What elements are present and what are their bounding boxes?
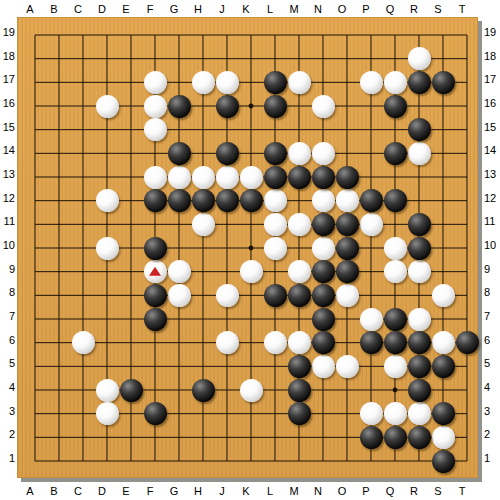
- stone-white-Q9: [384, 260, 407, 283]
- stone-black-Q16: [384, 95, 407, 118]
- stone-black-M4: [288, 379, 311, 402]
- stone-white-P17: [360, 71, 383, 94]
- stone-black-Q7: [384, 308, 407, 331]
- stone-black-N9: [312, 260, 335, 283]
- column-label-top-C: C: [68, 2, 88, 16]
- stone-black-M3: [288, 402, 311, 425]
- stone-white-G9: [168, 260, 191, 283]
- stone-white-M6: [288, 331, 311, 354]
- stone-black-Q6: [384, 331, 407, 354]
- row-label-left-11: 11: [0, 214, 15, 228]
- stone-white-H11: [192, 213, 215, 236]
- stone-black-L16: [264, 95, 287, 118]
- stone-white-F15: [144, 118, 167, 141]
- stone-white-L11: [264, 213, 287, 236]
- stone-white-K4: [240, 379, 263, 402]
- stone-white-J13: [216, 166, 239, 189]
- stone-white-M11: [288, 213, 311, 236]
- column-label-top-F: F: [140, 2, 160, 16]
- row-label-right-13: 13: [484, 167, 500, 181]
- stone-white-S8: [432, 284, 455, 307]
- stone-black-R17: [408, 71, 431, 94]
- column-label-bottom-G: G: [164, 484, 184, 498]
- stone-white-D16: [96, 95, 119, 118]
- stone-white-O8: [336, 284, 359, 307]
- row-label-left-4: 4: [0, 380, 15, 394]
- stone-white-D4: [96, 379, 119, 402]
- stone-black-G12: [168, 189, 191, 212]
- stone-black-S3: [432, 402, 455, 425]
- row-label-left-8: 8: [0, 285, 15, 299]
- stone-white-D3: [96, 402, 119, 425]
- stone-black-R11: [408, 213, 431, 236]
- star-point: [249, 246, 254, 251]
- star-point: [393, 388, 398, 393]
- row-label-left-2: 2: [0, 427, 15, 441]
- stone-black-H4: [192, 379, 215, 402]
- stone-white-F16: [144, 95, 167, 118]
- row-label-right-17: 17: [484, 72, 500, 86]
- row-label-right-15: 15: [484, 120, 500, 134]
- stone-white-P11: [360, 213, 383, 236]
- stone-black-O13: [336, 166, 359, 189]
- stone-white-M17: [288, 71, 311, 94]
- stone-black-Q14: [384, 142, 407, 165]
- column-label-bottom-F: F: [140, 484, 160, 498]
- row-label-left-16: 16: [0, 96, 15, 110]
- row-label-right-8: 8: [484, 285, 500, 299]
- row-label-left-1: 1: [0, 451, 15, 465]
- stone-white-N16: [312, 95, 335, 118]
- column-label-bottom-N: N: [308, 484, 328, 498]
- row-label-right-4: 4: [484, 380, 500, 394]
- stone-white-L6: [264, 331, 287, 354]
- column-label-bottom-P: P: [356, 484, 376, 498]
- stone-white-D10: [96, 237, 119, 260]
- column-label-top-B: B: [44, 2, 64, 16]
- column-label-bottom-K: K: [236, 484, 256, 498]
- stone-white-Q3: [384, 402, 407, 425]
- row-label-right-18: 18: [484, 49, 500, 63]
- row-label-right-9: 9: [484, 262, 500, 276]
- stone-white-C6: [72, 331, 95, 354]
- column-label-top-P: P: [356, 2, 376, 16]
- stone-white-O5: [336, 355, 359, 378]
- stone-black-R6: [408, 331, 431, 354]
- stone-white-S2: [432, 426, 455, 449]
- stone-white-G13: [168, 166, 191, 189]
- stone-white-N12: [312, 189, 335, 212]
- stone-white-K13: [240, 166, 263, 189]
- row-label-right-19: 19: [484, 25, 500, 39]
- stone-black-L13: [264, 166, 287, 189]
- stone-black-F8: [144, 284, 167, 307]
- stone-white-O12: [336, 189, 359, 212]
- column-label-bottom-C: C: [68, 484, 88, 498]
- stone-white-J8: [216, 284, 239, 307]
- stone-white-R18: [408, 47, 431, 70]
- stone-black-F10: [144, 237, 167, 260]
- row-label-left-13: 13: [0, 167, 15, 181]
- stone-white-F9: [144, 260, 167, 283]
- stone-black-G16: [168, 95, 191, 118]
- column-label-top-J: J: [212, 2, 232, 16]
- stone-black-R5: [408, 355, 431, 378]
- stone-white-D12: [96, 189, 119, 212]
- column-label-bottom-A: A: [20, 484, 40, 498]
- star-point: [249, 104, 254, 109]
- stone-black-R10: [408, 237, 431, 260]
- column-label-bottom-O: O: [332, 484, 352, 498]
- stone-white-R9: [408, 260, 431, 283]
- row-label-right-11: 11: [484, 214, 500, 228]
- stone-black-P12: [360, 189, 383, 212]
- stone-black-N8: [312, 284, 335, 307]
- stone-black-J16: [216, 95, 239, 118]
- stone-black-M13: [288, 166, 311, 189]
- stone-white-G8: [168, 284, 191, 307]
- row-label-left-9: 9: [0, 262, 15, 276]
- stone-white-P7: [360, 308, 383, 331]
- row-label-right-1: 1: [484, 451, 500, 465]
- column-label-top-T: T: [452, 2, 472, 16]
- row-label-left-14: 14: [0, 143, 15, 157]
- stone-black-E4: [120, 379, 143, 402]
- column-label-bottom-T: T: [452, 484, 472, 498]
- column-label-top-O: O: [332, 2, 352, 16]
- stone-black-R15: [408, 118, 431, 141]
- column-label-top-M: M: [284, 2, 304, 16]
- column-label-bottom-S: S: [428, 484, 448, 498]
- column-label-top-L: L: [260, 2, 280, 16]
- stone-white-L12: [264, 189, 287, 212]
- stone-black-O11: [336, 213, 359, 236]
- stone-white-Q5: [384, 355, 407, 378]
- stone-white-H13: [192, 166, 215, 189]
- stone-black-S17: [432, 71, 455, 94]
- stone-black-T6: [456, 331, 479, 354]
- stone-white-P3: [360, 402, 383, 425]
- stone-black-M5: [288, 355, 311, 378]
- stone-white-J6: [216, 331, 239, 354]
- row-label-right-6: 6: [484, 333, 500, 347]
- row-label-right-3: 3: [484, 404, 500, 418]
- row-label-right-16: 16: [484, 96, 500, 110]
- row-label-left-15: 15: [0, 120, 15, 134]
- stone-black-N11: [312, 213, 335, 236]
- stone-black-L8: [264, 284, 287, 307]
- stone-white-N14: [312, 142, 335, 165]
- stone-black-P6: [360, 331, 383, 354]
- stone-white-J17: [216, 71, 239, 94]
- row-label-right-10: 10: [484, 238, 500, 252]
- stone-black-N7: [312, 308, 335, 331]
- row-label-left-10: 10: [0, 238, 15, 252]
- stone-white-R7: [408, 308, 431, 331]
- stone-black-O10: [336, 237, 359, 260]
- column-label-bottom-B: B: [44, 484, 64, 498]
- stone-white-F13: [144, 166, 167, 189]
- stone-black-J12: [216, 189, 239, 212]
- row-label-right-14: 14: [484, 143, 500, 157]
- column-label-bottom-E: E: [116, 484, 136, 498]
- stone-black-L17: [264, 71, 287, 94]
- stone-black-R4: [408, 379, 431, 402]
- row-label-right-12: 12: [484, 191, 500, 205]
- stone-black-O9: [336, 260, 359, 283]
- stone-black-H12: [192, 189, 215, 212]
- column-label-bottom-R: R: [404, 484, 424, 498]
- go-board[interactable]: [17, 17, 478, 478]
- go-app-screen: AABBCCDDEEFFGGHHJJKKLLMMNNOOPPQQRRSSTT19…: [0, 0, 500, 500]
- stone-black-S1: [432, 450, 455, 473]
- stone-black-G14: [168, 142, 191, 165]
- column-label-bottom-H: H: [188, 484, 208, 498]
- row-label-left-18: 18: [0, 49, 15, 63]
- stone-black-F12: [144, 189, 167, 212]
- stone-black-R2: [408, 426, 431, 449]
- stone-black-N13: [312, 166, 335, 189]
- column-label-top-N: N: [308, 2, 328, 16]
- row-label-left-7: 7: [0, 309, 15, 323]
- stone-white-H17: [192, 71, 215, 94]
- row-label-right-5: 5: [484, 356, 500, 370]
- row-label-left-19: 19: [0, 25, 15, 39]
- column-label-top-G: G: [164, 2, 184, 16]
- stone-white-N10: [312, 237, 335, 260]
- stone-black-F3: [144, 402, 167, 425]
- stone-black-M8: [288, 284, 311, 307]
- stone-black-Q2: [384, 426, 407, 449]
- row-label-right-7: 7: [484, 309, 500, 323]
- row-label-left-3: 3: [0, 404, 15, 418]
- column-label-top-K: K: [236, 2, 256, 16]
- row-label-left-5: 5: [0, 356, 15, 370]
- stone-white-R14: [408, 142, 431, 165]
- row-label-left-17: 17: [0, 72, 15, 86]
- column-label-top-H: H: [188, 2, 208, 16]
- column-label-top-E: E: [116, 2, 136, 16]
- column-label-bottom-J: J: [212, 484, 232, 498]
- stone-white-F17: [144, 71, 167, 94]
- stone-white-K9: [240, 260, 263, 283]
- stone-black-P2: [360, 426, 383, 449]
- column-label-top-S: S: [428, 2, 448, 16]
- stone-black-N6: [312, 331, 335, 354]
- stone-black-K12: [240, 189, 263, 212]
- stone-black-L14: [264, 142, 287, 165]
- column-label-top-R: R: [404, 2, 424, 16]
- column-label-top-Q: Q: [380, 2, 400, 16]
- stone-white-M14: [288, 142, 311, 165]
- stone-black-S5: [432, 355, 455, 378]
- stone-black-Q12: [384, 189, 407, 212]
- row-label-right-2: 2: [484, 427, 500, 441]
- stone-white-N5: [312, 355, 335, 378]
- column-label-bottom-D: D: [92, 484, 112, 498]
- column-label-bottom-M: M: [284, 484, 304, 498]
- stone-black-J14: [216, 142, 239, 165]
- last-move-triangle-marker: [149, 266, 161, 275]
- column-label-bottom-L: L: [260, 484, 280, 498]
- column-label-top-A: A: [20, 2, 40, 16]
- stone-black-F7: [144, 308, 167, 331]
- row-label-left-6: 6: [0, 333, 15, 347]
- stone-white-L10: [264, 237, 287, 260]
- stone-white-Q10: [384, 237, 407, 260]
- stone-white-Q17: [384, 71, 407, 94]
- row-label-left-12: 12: [0, 191, 15, 205]
- column-label-bottom-Q: Q: [380, 484, 400, 498]
- column-label-top-D: D: [92, 2, 112, 16]
- stone-white-R3: [408, 402, 431, 425]
- stone-white-M9: [288, 260, 311, 283]
- stone-white-S6: [432, 331, 455, 354]
